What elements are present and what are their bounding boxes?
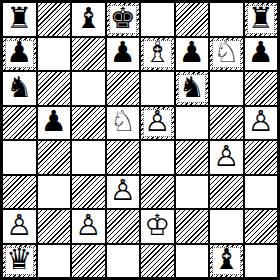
piece-white-knight: ♘ xyxy=(110,107,136,136)
square-g6[interactable] xyxy=(210,72,243,105)
square-h6[interactable] xyxy=(245,72,278,105)
square-f1[interactable] xyxy=(176,245,209,278)
square-a7[interactable]: ♟ xyxy=(3,38,36,71)
square-d5[interactable]: ♘ xyxy=(107,107,140,140)
square-g8[interactable] xyxy=(210,3,243,36)
square-a6[interactable]: ♞ xyxy=(3,72,36,105)
square-c1[interactable] xyxy=(72,245,105,278)
square-e1[interactable] xyxy=(141,245,174,278)
square-c6[interactable] xyxy=(72,72,105,105)
square-g3[interactable] xyxy=(210,176,243,209)
square-g2[interactable] xyxy=(210,210,243,243)
square-d6[interactable] xyxy=(107,72,140,105)
square-e8[interactable] xyxy=(141,3,174,36)
piece-black-pawn: ♟ xyxy=(41,107,67,136)
square-g4[interactable]: ♙ xyxy=(210,141,243,174)
square-h7[interactable]: ♟ xyxy=(245,38,278,71)
square-e6[interactable] xyxy=(141,72,174,105)
square-d1[interactable] xyxy=(107,245,140,278)
square-c8[interactable]: ♝ xyxy=(72,3,105,36)
square-h3[interactable] xyxy=(245,176,278,209)
square-g7[interactable]: ♘ xyxy=(210,38,243,71)
square-c5[interactable] xyxy=(72,107,105,140)
piece-black-pawn: ♟ xyxy=(179,38,205,67)
square-b6[interactable] xyxy=(38,72,71,105)
piece-black-pawn: ♟ xyxy=(110,38,136,67)
square-e7[interactable]: ♗ xyxy=(141,38,174,71)
square-c4[interactable] xyxy=(72,141,105,174)
square-e3[interactable] xyxy=(141,176,174,209)
square-c3[interactable] xyxy=(72,176,105,209)
piece-white-king: ♔ xyxy=(144,211,170,240)
square-d3[interactable]: ♙ xyxy=(107,176,140,209)
square-b1[interactable] xyxy=(38,245,71,278)
square-h2[interactable] xyxy=(245,210,278,243)
square-a4[interactable] xyxy=(3,141,36,174)
square-h1[interactable] xyxy=(245,245,278,278)
square-f6[interactable]: ♞ xyxy=(176,72,209,105)
square-d4[interactable] xyxy=(107,141,140,174)
piece-white-pawn: ♙ xyxy=(6,211,32,240)
piece-white-bishop: ♗ xyxy=(144,38,170,67)
square-d2[interactable] xyxy=(107,210,140,243)
square-b7[interactable] xyxy=(38,38,71,71)
piece-black-pawn: ♟ xyxy=(248,38,274,67)
square-f8[interactable] xyxy=(176,3,209,36)
square-b3[interactable] xyxy=(38,176,71,209)
piece-black-rook: ♜ xyxy=(6,4,32,33)
piece-black-bishop: ♝ xyxy=(75,4,101,33)
square-a1[interactable]: ♛ xyxy=(3,245,36,278)
square-b8[interactable] xyxy=(38,3,71,36)
chess-diagram: ♜♝♚♜♟♟♗♟♘♟♞♞♟♘♙♙♙♙♙♙♔♛♝ xyxy=(0,0,280,280)
piece-white-pawn: ♙ xyxy=(248,107,274,136)
square-f5[interactable] xyxy=(176,107,209,140)
piece-white-pawn: ♙ xyxy=(213,142,239,171)
piece-white-pawn: ♙ xyxy=(144,107,170,136)
square-b4[interactable] xyxy=(38,141,71,174)
piece-black-bishop: ♝ xyxy=(213,245,239,274)
square-a2[interactable]: ♙ xyxy=(3,210,36,243)
square-c7[interactable] xyxy=(72,38,105,71)
square-b2[interactable] xyxy=(38,210,71,243)
square-f7[interactable]: ♟ xyxy=(176,38,209,71)
piece-black-knight: ♞ xyxy=(179,73,205,102)
square-f4[interactable] xyxy=(176,141,209,174)
piece-white-knight: ♘ xyxy=(213,38,239,67)
square-a3[interactable] xyxy=(3,176,36,209)
square-h5[interactable]: ♙ xyxy=(245,107,278,140)
square-e4[interactable] xyxy=(141,141,174,174)
square-b5[interactable]: ♟ xyxy=(38,107,71,140)
square-f2[interactable] xyxy=(176,210,209,243)
piece-white-pawn: ♙ xyxy=(110,176,136,205)
piece-black-knight: ♞ xyxy=(6,73,32,102)
piece-white-pawn: ♙ xyxy=(75,211,101,240)
square-f3[interactable] xyxy=(176,176,209,209)
square-e2[interactable]: ♔ xyxy=(141,210,174,243)
square-g1[interactable]: ♝ xyxy=(210,245,243,278)
piece-black-king: ♚ xyxy=(110,4,136,33)
square-e5[interactable]: ♙ xyxy=(141,107,174,140)
square-d7[interactable]: ♟ xyxy=(107,38,140,71)
square-a5[interactable] xyxy=(3,107,36,140)
piece-black-pawn: ♟ xyxy=(6,38,32,67)
square-d8[interactable]: ♚ xyxy=(107,3,140,36)
piece-black-queen: ♛ xyxy=(6,245,32,274)
piece-black-rook: ♜ xyxy=(248,4,274,33)
chessboard: ♜♝♚♜♟♟♗♟♘♟♞♞♟♘♙♙♙♙♙♙♔♛♝ xyxy=(0,0,280,280)
square-g5[interactable] xyxy=(210,107,243,140)
square-a8[interactable]: ♜ xyxy=(3,3,36,36)
square-h4[interactable] xyxy=(245,141,278,174)
square-c2[interactable]: ♙ xyxy=(72,210,105,243)
square-h8[interactable]: ♜ xyxy=(245,3,278,36)
